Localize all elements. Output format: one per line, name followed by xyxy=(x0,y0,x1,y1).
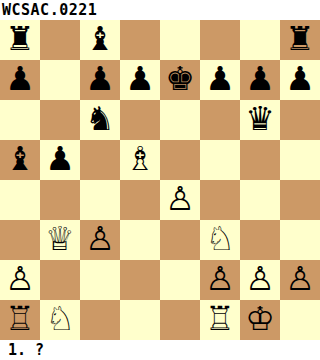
square-h2[interactable]: ♙ xyxy=(280,260,320,300)
square-b6[interactable] xyxy=(40,100,80,140)
square-h6[interactable] xyxy=(280,100,320,140)
piece-white-pawn: ♙ xyxy=(205,259,235,299)
square-f8[interactable] xyxy=(200,20,240,60)
piece-white-rook: ♖ xyxy=(205,299,235,339)
piece-white-king: ♔ xyxy=(245,299,275,339)
square-h5[interactable] xyxy=(280,140,320,180)
piece-black-rook: ♜ xyxy=(5,19,35,59)
piece-white-pawn: ♙ xyxy=(285,259,315,299)
square-c1[interactable] xyxy=(80,300,120,340)
piece-black-pawn: ♟ xyxy=(125,59,155,99)
square-e7[interactable]: ♚ xyxy=(160,60,200,100)
piece-black-rook: ♜ xyxy=(285,19,315,59)
piece-black-bishop: ♝ xyxy=(85,19,115,59)
piece-white-pawn: ♙ xyxy=(5,259,35,299)
square-a7[interactable]: ♟ xyxy=(0,60,40,100)
piece-white-pawn: ♙ xyxy=(245,259,275,299)
piece-black-pawn: ♟ xyxy=(245,59,275,99)
square-f2[interactable]: ♙ xyxy=(200,260,240,300)
square-c7[interactable]: ♟ xyxy=(80,60,120,100)
square-a1[interactable]: ♖ xyxy=(0,300,40,340)
square-g5[interactable] xyxy=(240,140,280,180)
piece-white-pawn: ♙ xyxy=(85,219,115,259)
square-c6[interactable]: ♞ xyxy=(80,100,120,140)
piece-black-pawn: ♟ xyxy=(205,59,235,99)
square-f6[interactable] xyxy=(200,100,240,140)
square-d7[interactable]: ♟ xyxy=(120,60,160,100)
square-b8[interactable] xyxy=(40,20,80,60)
square-a4[interactable] xyxy=(0,180,40,220)
square-g2[interactable]: ♙ xyxy=(240,260,280,300)
square-b3[interactable]: ♕ xyxy=(40,220,80,260)
piece-white-pawn: ♙ xyxy=(165,179,195,219)
square-c4[interactable] xyxy=(80,180,120,220)
square-f4[interactable] xyxy=(200,180,240,220)
square-e3[interactable] xyxy=(160,220,200,260)
square-b5[interactable]: ♟ xyxy=(40,140,80,180)
piece-white-rook: ♖ xyxy=(5,299,35,339)
square-f1[interactable]: ♖ xyxy=(200,300,240,340)
square-a5[interactable]: ♝ xyxy=(0,140,40,180)
square-g6[interactable]: ♛ xyxy=(240,100,280,140)
piece-black-knight: ♞ xyxy=(85,99,115,139)
square-g4[interactable] xyxy=(240,180,280,220)
piece-black-pawn: ♟ xyxy=(5,59,35,99)
square-f7[interactable]: ♟ xyxy=(200,60,240,100)
square-a6[interactable] xyxy=(0,100,40,140)
square-b2[interactable] xyxy=(40,260,80,300)
square-f5[interactable] xyxy=(200,140,240,180)
piece-black-pawn: ♟ xyxy=(285,59,315,99)
piece-black-king: ♚ xyxy=(165,59,195,99)
square-e2[interactable] xyxy=(160,260,200,300)
square-d4[interactable] xyxy=(120,180,160,220)
square-e1[interactable] xyxy=(160,300,200,340)
square-c5[interactable] xyxy=(80,140,120,180)
square-d3[interactable] xyxy=(120,220,160,260)
square-b4[interactable] xyxy=(40,180,80,220)
square-d1[interactable] xyxy=(120,300,160,340)
square-a2[interactable]: ♙ xyxy=(0,260,40,300)
square-h3[interactable] xyxy=(280,220,320,260)
square-g1[interactable]: ♔ xyxy=(240,300,280,340)
move-prompt: 1. ? xyxy=(0,340,320,360)
chess-board: ♜♝♜♟♟♟♚♟♟♟♞♛♝♟♗♙♕♙♘♙♙♙♙♖♘♖♔ xyxy=(0,20,320,340)
square-e6[interactable] xyxy=(160,100,200,140)
piece-white-knight: ♘ xyxy=(45,299,75,339)
square-c3[interactable]: ♙ xyxy=(80,220,120,260)
square-c2[interactable] xyxy=(80,260,120,300)
square-h1[interactable] xyxy=(280,300,320,340)
square-h4[interactable] xyxy=(280,180,320,220)
square-e5[interactable] xyxy=(160,140,200,180)
piece-black-queen: ♛ xyxy=(245,99,275,139)
piece-white-bishop: ♗ xyxy=(125,139,155,179)
square-b1[interactable]: ♘ xyxy=(40,300,80,340)
square-h8[interactable]: ♜ xyxy=(280,20,320,60)
square-d6[interactable] xyxy=(120,100,160,140)
square-a8[interactable]: ♜ xyxy=(0,20,40,60)
square-g3[interactable] xyxy=(240,220,280,260)
piece-white-knight: ♘ xyxy=(205,219,235,259)
square-g7[interactable]: ♟ xyxy=(240,60,280,100)
piece-black-bishop: ♝ xyxy=(5,139,35,179)
square-a3[interactable] xyxy=(0,220,40,260)
square-h7[interactable]: ♟ xyxy=(280,60,320,100)
square-d2[interactable] xyxy=(120,260,160,300)
square-b7[interactable] xyxy=(40,60,80,100)
square-c8[interactable]: ♝ xyxy=(80,20,120,60)
square-d5[interactable]: ♗ xyxy=(120,140,160,180)
chess-diagram-window: WCSAC.0221 ♜♝♜♟♟♟♚♟♟♟♞♛♝♟♗♙♕♙♘♙♙♙♙♖♘♖♔ 1… xyxy=(0,0,320,360)
square-g8[interactable] xyxy=(240,20,280,60)
square-d8[interactable] xyxy=(120,20,160,60)
square-e8[interactable] xyxy=(160,20,200,60)
square-e4[interactable]: ♙ xyxy=(160,180,200,220)
diagram-title: WCSAC.0221 xyxy=(0,0,320,20)
square-f3[interactable]: ♘ xyxy=(200,220,240,260)
piece-white-queen: ♕ xyxy=(45,219,75,259)
piece-black-pawn: ♟ xyxy=(45,139,75,179)
piece-black-pawn: ♟ xyxy=(85,59,115,99)
